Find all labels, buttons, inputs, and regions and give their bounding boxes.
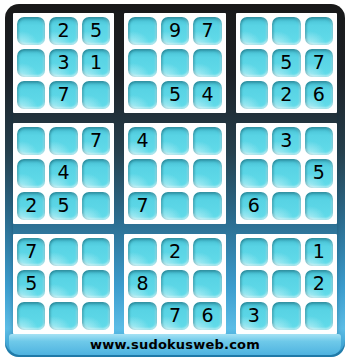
site-url[interactable]: www.sudokusweb.com xyxy=(90,337,260,352)
cell-r3c1[interactable] xyxy=(17,81,45,109)
cell-r3c6: 4 xyxy=(193,81,221,109)
cell-r7c5: 2 xyxy=(161,238,189,266)
cell-r7c4[interactable] xyxy=(128,238,156,266)
cell-r7c7[interactable] xyxy=(240,238,268,266)
cell-r2c6[interactable] xyxy=(193,49,221,77)
cell-r2c8: 5 xyxy=(272,49,300,77)
cell-r1c9[interactable] xyxy=(305,17,333,45)
cell-r8c2[interactable] xyxy=(49,270,77,298)
cell-r6c2: 5 xyxy=(49,192,77,220)
cell-r2c1[interactable] xyxy=(17,49,45,77)
cell-r8c6[interactable] xyxy=(193,270,221,298)
sudoku-board: 2531797545726742547356752876123 xyxy=(13,13,337,334)
cell-r2c7[interactable] xyxy=(240,49,268,77)
cell-r4c9[interactable] xyxy=(305,127,333,155)
cell-r9c1[interactable] xyxy=(17,302,45,330)
cell-r6c9[interactable] xyxy=(305,192,333,220)
box-3: 5726 xyxy=(236,13,337,113)
cell-r2c4[interactable] xyxy=(128,49,156,77)
cell-r8c5[interactable] xyxy=(161,270,189,298)
cell-r7c1: 7 xyxy=(17,238,45,266)
cell-r8c3[interactable] xyxy=(82,270,110,298)
cell-r9c8[interactable] xyxy=(272,302,300,330)
cell-r6c5[interactable] xyxy=(161,192,189,220)
cell-r5c4[interactable] xyxy=(128,159,156,187)
cell-r9c7: 3 xyxy=(240,302,268,330)
cell-r3c8: 2 xyxy=(272,81,300,109)
cell-r6c4: 7 xyxy=(128,192,156,220)
box-8: 2876 xyxy=(124,234,225,334)
box-4: 7425 xyxy=(13,123,114,223)
cell-r1c7[interactable] xyxy=(240,17,268,45)
cell-r5c1[interactable] xyxy=(17,159,45,187)
box-6: 356 xyxy=(236,123,337,223)
cell-r9c2[interactable] xyxy=(49,302,77,330)
cell-r6c3[interactable] xyxy=(82,192,110,220)
cell-r8c1: 5 xyxy=(17,270,45,298)
cell-r4c6[interactable] xyxy=(193,127,221,155)
cell-r4c1[interactable] xyxy=(17,127,45,155)
cell-r5c3[interactable] xyxy=(82,159,110,187)
box-1: 25317 xyxy=(13,13,114,113)
cell-r1c8[interactable] xyxy=(272,17,300,45)
cell-r8c8[interactable] xyxy=(272,270,300,298)
sudoku-widget: 2531797545726742547356752876123 www.sudo… xyxy=(0,0,350,360)
cell-r1c5: 9 xyxy=(161,17,189,45)
cell-r4c5[interactable] xyxy=(161,127,189,155)
cell-r9c3[interactable] xyxy=(82,302,110,330)
cell-r2c9: 7 xyxy=(305,49,333,77)
cell-r9c5: 7 xyxy=(161,302,189,330)
cell-r5c6[interactable] xyxy=(193,159,221,187)
cell-r2c3: 1 xyxy=(82,49,110,77)
box-9: 123 xyxy=(236,234,337,334)
cell-r9c4[interactable] xyxy=(128,302,156,330)
cell-r3c3[interactable] xyxy=(82,81,110,109)
cell-r4c8: 3 xyxy=(272,127,300,155)
cell-r4c3: 7 xyxy=(82,127,110,155)
cell-r8c7[interactable] xyxy=(240,270,268,298)
footer-bar: www.sudokusweb.com xyxy=(9,334,341,355)
cell-r4c7[interactable] xyxy=(240,127,268,155)
cell-r4c2[interactable] xyxy=(49,127,77,155)
cell-r3c9: 6 xyxy=(305,81,333,109)
cell-r5c2: 4 xyxy=(49,159,77,187)
cell-r7c9: 1 xyxy=(305,238,333,266)
cell-r8c9: 2 xyxy=(305,270,333,298)
box-5: 47 xyxy=(124,123,225,223)
cell-r5c5[interactable] xyxy=(161,159,189,187)
cell-r1c1[interactable] xyxy=(17,17,45,45)
cell-r3c4[interactable] xyxy=(128,81,156,109)
cell-r7c8[interactable] xyxy=(272,238,300,266)
cell-r4c4: 4 xyxy=(128,127,156,155)
cell-r6c7: 6 xyxy=(240,192,268,220)
cell-r9c9[interactable] xyxy=(305,302,333,330)
cell-r1c3: 5 xyxy=(82,17,110,45)
cell-r2c2: 3 xyxy=(49,49,77,77)
cell-r1c2: 2 xyxy=(49,17,77,45)
cell-r5c8[interactable] xyxy=(272,159,300,187)
cell-r7c6[interactable] xyxy=(193,238,221,266)
cell-r5c9: 5 xyxy=(305,159,333,187)
cell-r2c5[interactable] xyxy=(161,49,189,77)
box-2: 9754 xyxy=(124,13,225,113)
cell-r7c3[interactable] xyxy=(82,238,110,266)
cell-r6c8[interactable] xyxy=(272,192,300,220)
cell-r3c2: 7 xyxy=(49,81,77,109)
cell-r6c6[interactable] xyxy=(193,192,221,220)
cell-r1c6: 7 xyxy=(193,17,221,45)
cell-r7c2[interactable] xyxy=(49,238,77,266)
cell-r5c7[interactable] xyxy=(240,159,268,187)
box-7: 75 xyxy=(13,234,114,334)
cell-r6c1: 2 xyxy=(17,192,45,220)
cell-r8c4: 8 xyxy=(128,270,156,298)
cell-r1c4[interactable] xyxy=(128,17,156,45)
cell-r3c5: 5 xyxy=(161,81,189,109)
cell-r3c7[interactable] xyxy=(240,81,268,109)
cell-r9c6: 6 xyxy=(193,302,221,330)
